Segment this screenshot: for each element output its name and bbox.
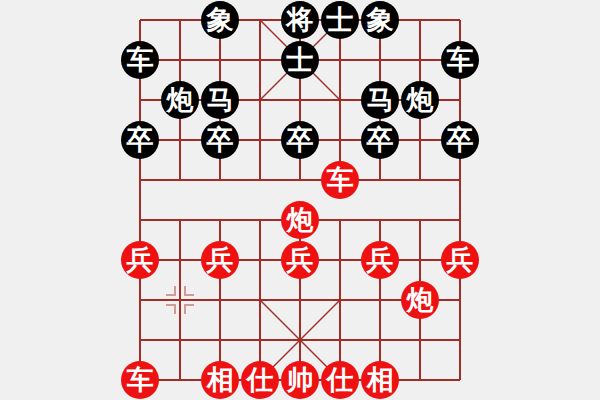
xiangqi-board[interactable]: 象将士象车士车炮马马炮卒卒卒卒卒车炮兵兵兵兵兵炮车相仕帅仕相 (0, 0, 600, 400)
piece-red-general[interactable]: 帅 (281, 361, 319, 399)
piece-red-chariot[interactable]: 车 (121, 361, 159, 399)
piece-red-cannon[interactable]: 炮 (401, 281, 439, 319)
piece-black-elephant[interactable]: 象 (201, 1, 239, 39)
piece-black-chariot[interactable]: 车 (441, 41, 479, 79)
piece-red-elephant[interactable]: 相 (201, 361, 239, 399)
piece-red-advisor[interactable]: 仕 (241, 361, 279, 399)
piece-black-chariot[interactable]: 车 (121, 41, 159, 79)
piece-black-pawn[interactable]: 卒 (281, 121, 319, 159)
piece-red-pawn[interactable]: 兵 (121, 241, 159, 279)
piece-black-pawn[interactable]: 卒 (361, 121, 399, 159)
piece-black-cannon[interactable]: 炮 (401, 81, 439, 119)
piece-black-pawn[interactable]: 卒 (201, 121, 239, 159)
piece-black-elephant[interactable]: 象 (361, 1, 399, 39)
piece-black-advisor[interactable]: 士 (281, 41, 319, 79)
piece-black-advisor[interactable]: 士 (321, 1, 359, 39)
piece-black-general[interactable]: 将 (281, 1, 319, 39)
piece-red-advisor[interactable]: 仕 (321, 361, 359, 399)
piece-red-chariot[interactable]: 车 (321, 161, 359, 199)
piece-red-elephant[interactable]: 相 (361, 361, 399, 399)
piece-black-cannon[interactable]: 炮 (161, 81, 199, 119)
piece-red-pawn[interactable]: 兵 (361, 241, 399, 279)
piece-red-cannon[interactable]: 炮 (281, 201, 319, 239)
piece-red-pawn[interactable]: 兵 (441, 241, 479, 279)
piece-red-pawn[interactable]: 兵 (281, 241, 319, 279)
piece-black-horse[interactable]: 马 (361, 81, 399, 119)
piece-black-pawn[interactable]: 卒 (441, 121, 479, 159)
piece-red-pawn[interactable]: 兵 (201, 241, 239, 279)
piece-black-pawn[interactable]: 卒 (121, 121, 159, 159)
piece-black-horse[interactable]: 马 (201, 81, 239, 119)
